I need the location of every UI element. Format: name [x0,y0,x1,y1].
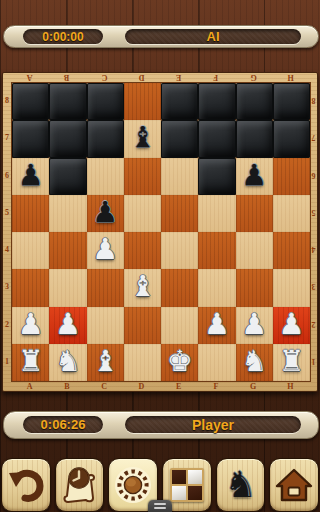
chess-board: ABCDEFGH ABCDEFGH 87654321 87654321 ♝♟♟♟… [2,72,318,392]
white-pawn: ♟ [55,310,81,339]
square-f4[interactable] [198,232,235,269]
fog-tile [49,120,86,157]
white-pawn: ♟ [92,235,118,264]
file-label: C [86,73,123,82]
fog-tile [236,83,273,120]
file-label: E [160,73,197,82]
square-e8[interactable] [161,83,198,120]
square-b5[interactable] [49,195,86,232]
bottom-sheet-handle[interactable] [148,500,172,512]
fog-tile [273,120,310,157]
square-h6[interactable] [273,158,310,195]
square-f3[interactable] [198,269,235,306]
square-b7[interactable] [49,120,86,157]
rank-label: 3 [3,268,11,305]
square-g6[interactable]: ♟ [236,158,273,195]
square-e1[interactable]: ♚ [161,344,198,381]
white-rook: ♜ [278,347,304,376]
fog-tile [161,120,198,157]
square-a6[interactable]: ♟ [12,158,49,195]
square-b2[interactable]: ♟ [49,307,86,344]
square-f8[interactable] [198,83,235,120]
square-c8[interactable] [87,83,124,120]
square-a5[interactable] [12,195,49,232]
fog-tile [236,120,273,157]
rank-label: 4 [3,231,11,268]
ai-name: AI [125,29,301,44]
white-rook: ♜ [18,347,44,376]
square-c6[interactable] [87,158,124,195]
square-e3[interactable] [161,269,198,306]
black-bishop: ♝ [129,123,155,152]
square-c3[interactable] [87,269,124,306]
ai-player-bar: 0:00:00 AI [3,25,319,48]
square-g1[interactable]: ♞ [236,344,273,381]
player-clock: 0:06:26 [23,416,103,433]
fog-tile [87,83,124,120]
fog-tile [12,120,49,157]
white-bishop: ♝ [92,347,118,376]
round-wood-table-icon [113,465,153,505]
rank-label: 1 [3,343,11,380]
square-g8[interactable] [236,83,273,120]
square-f7[interactable] [198,120,235,157]
square-e2[interactable] [161,307,198,344]
square-a7[interactable] [12,120,49,157]
square-e7[interactable] [161,120,198,157]
square-f5[interactable] [198,195,235,232]
square-h2[interactable]: ♟ [273,307,310,344]
home-icon [274,465,314,505]
square-a3[interactable] [12,269,49,306]
home-button[interactable] [269,458,319,512]
undo-icon [6,465,46,505]
piece-style-button[interactable]: ♞ [216,458,266,512]
board-grid: ♝♟♟♟♟♝♟♟♟♟♟♜♞♝♚♞♜ [11,82,311,382]
rank-label: 8 [3,82,11,119]
square-c2[interactable] [87,307,124,344]
square-h3[interactable] [273,269,310,306]
square-f2[interactable]: ♟ [198,307,235,344]
file-label: B [48,73,85,82]
move-history-button[interactable] [55,458,105,512]
square-d4[interactable] [124,232,161,269]
square-c4[interactable]: ♟ [87,232,124,269]
square-c5[interactable]: ♟ [87,195,124,232]
fog-tile [273,83,310,120]
rank-label: 5 [3,194,11,231]
square-d2[interactable] [124,307,161,344]
square-c1[interactable]: ♝ [87,344,124,381]
checkerboard-icon [170,468,204,502]
square-b6[interactable] [49,158,86,195]
fog-tile [198,83,235,120]
rank-label: 2 [3,306,11,343]
black-pawn: ♟ [241,161,267,190]
square-b4[interactable] [49,232,86,269]
square-a1[interactable]: ♜ [12,344,49,381]
square-g4[interactable] [236,232,273,269]
white-pawn: ♟ [241,310,267,339]
white-king: ♚ [167,347,193,376]
square-a4[interactable] [12,232,49,269]
square-b3[interactable] [49,269,86,306]
fog-tile [87,120,124,157]
player-name: Player [125,416,301,433]
file-label: A [11,73,48,82]
square-a2[interactable]: ♟ [12,307,49,344]
white-bishop: ♝ [129,272,155,301]
square-d3[interactable]: ♝ [124,269,161,306]
human-player-bar: 0:06:26 Player [3,411,319,439]
square-e5[interactable] [161,195,198,232]
square-c7[interactable] [87,120,124,157]
black-knight-icon: ♞ [224,467,256,503]
fog-tile [198,120,235,157]
square-g7[interactable] [236,120,273,157]
white-knight: ♞ [55,347,81,376]
undo-button[interactable] [1,458,51,512]
square-d1[interactable] [124,344,161,381]
white-pawn: ♟ [278,310,304,339]
square-f1[interactable] [198,344,235,381]
fog-tile [161,83,198,120]
fog-tile [49,158,86,195]
white-pawn: ♟ [18,310,44,339]
square-f6[interactable] [198,158,235,195]
white-knight: ♞ [241,347,267,376]
black-pawn: ♟ [92,198,118,227]
square-d8[interactable] [124,83,161,120]
fog-tile [49,83,86,120]
moves-scroll-clock-icon [60,465,100,505]
square-h7[interactable] [273,120,310,157]
rank-label: 7 [3,119,11,156]
square-e6[interactable] [161,158,198,195]
square-h5[interactable] [273,195,310,232]
ai-clock: 0:00:00 [23,29,103,44]
rank-label: 6 [3,157,11,194]
square-h8[interactable] [273,83,310,120]
fog-tile [12,83,49,120]
square-h4[interactable] [273,232,310,269]
white-pawn: ♟ [204,310,230,339]
fog-tile [198,158,235,195]
file-labels-top: ABCDEFGH [11,73,309,82]
square-b8[interactable] [49,83,86,120]
square-g5[interactable] [236,195,273,232]
square-g2[interactable]: ♟ [236,307,273,344]
square-g3[interactable] [236,269,273,306]
file-label: F [197,73,234,82]
file-label: D [123,73,160,82]
square-d7[interactable]: ♝ [124,120,161,157]
file-label: G [235,73,272,82]
square-b1[interactable]: ♞ [49,344,86,381]
square-d6[interactable] [124,158,161,195]
rank-labels-left: 87654321 [3,82,11,380]
file-label: H [272,73,309,82]
black-pawn: ♟ [18,161,44,190]
square-a8[interactable] [12,83,49,120]
square-h1[interactable]: ♜ [273,344,310,381]
square-d5[interactable] [124,195,161,232]
square-e4[interactable] [161,232,198,269]
